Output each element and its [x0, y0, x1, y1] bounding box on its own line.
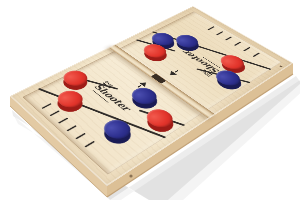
gate-arrow-right: [167, 69, 181, 77]
scene: Disc Shooter Disc Shooter: [0, 0, 300, 200]
screw-near-rail: [279, 65, 283, 67]
screw-front-wall: [129, 174, 132, 177]
